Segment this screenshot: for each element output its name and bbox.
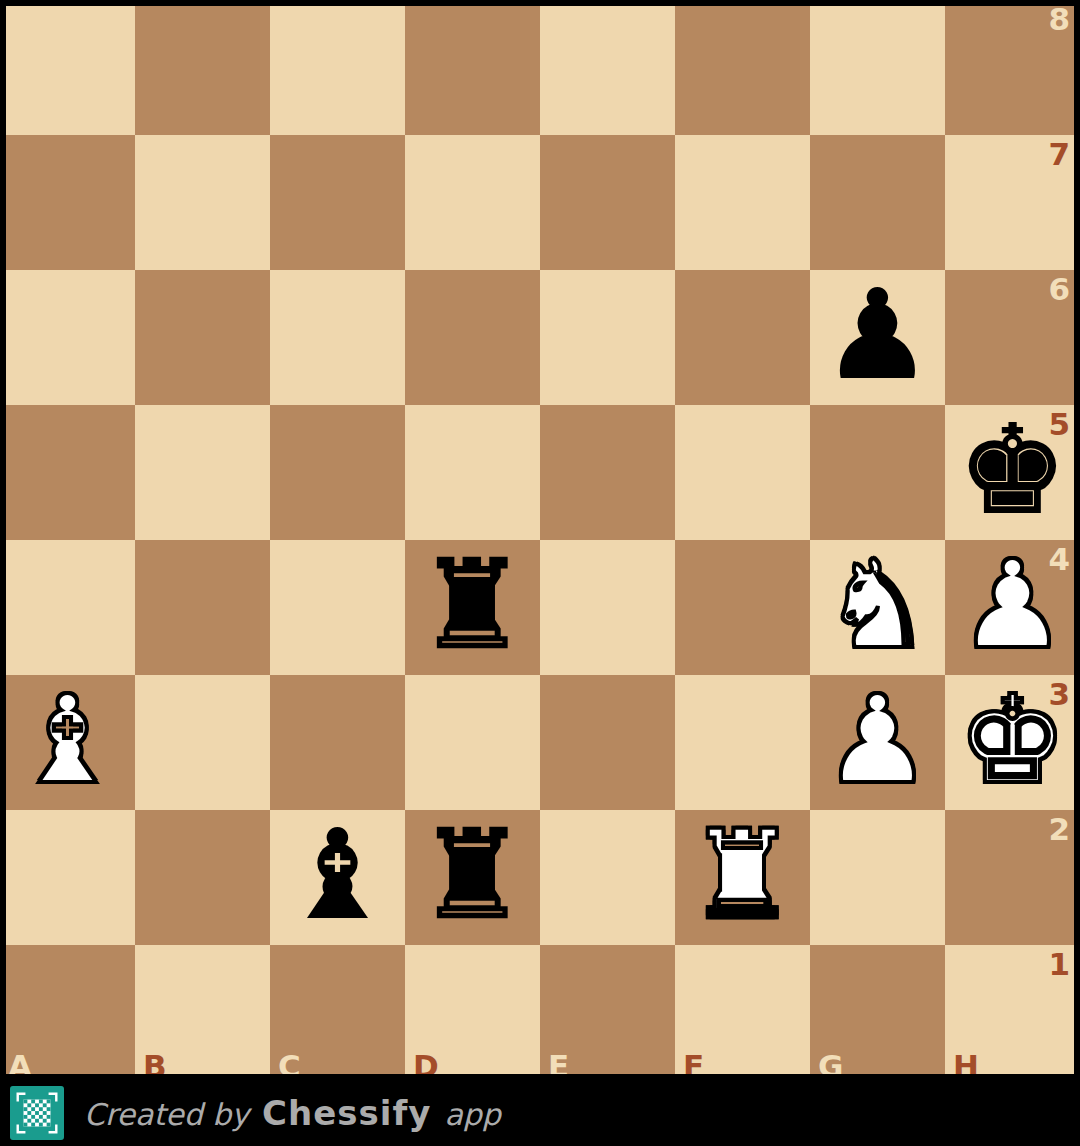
square-d1[interactable]: D — [405, 945, 540, 1080]
square-b7[interactable] — [135, 135, 270, 270]
file-label-H: H — [953, 1051, 979, 1082]
square-g7[interactable] — [810, 135, 945, 270]
square-g2[interactable] — [810, 810, 945, 945]
square-d3[interactable] — [405, 675, 540, 810]
rank-label-5: 5 — [1048, 409, 1070, 440]
square-b6[interactable] — [135, 270, 270, 405]
square-b2[interactable] — [135, 810, 270, 945]
square-c1[interactable]: C — [270, 945, 405, 1080]
piece-black-rook[interactable]: ♜ — [418, 544, 527, 666]
square-d7[interactable] — [405, 135, 540, 270]
credit-line: Created by Chessify app — [84, 1093, 501, 1133]
square-e7[interactable] — [540, 135, 675, 270]
square-g5[interactable] — [810, 405, 945, 540]
square-c6[interactable] — [270, 270, 405, 405]
square-b1[interactable]: B — [135, 945, 270, 1080]
square-h8[interactable]: 8 — [945, 0, 1080, 135]
square-g1[interactable]: G — [810, 945, 945, 1080]
square-d5[interactable] — [405, 405, 540, 540]
square-h2[interactable]: 2 — [945, 810, 1080, 945]
square-a2[interactable] — [0, 810, 135, 945]
file-label-D: D — [413, 1051, 439, 1082]
chess-board-wrap: 87♟6♚5♜♞♟4♝♟♚3♝♜♜2ABCDEFG1H — [0, 0, 1080, 1080]
square-b3[interactable] — [135, 675, 270, 810]
square-h7[interactable]: 7 — [945, 135, 1080, 270]
chessify-logo-icon — [10, 1086, 64, 1140]
square-a1[interactable]: A — [0, 945, 135, 1080]
square-d8[interactable] — [405, 0, 540, 135]
square-h4[interactable]: ♟4 — [945, 540, 1080, 675]
footer: Created by Chessify app — [0, 1080, 1080, 1146]
square-f8[interactable] — [675, 0, 810, 135]
square-d6[interactable] — [405, 270, 540, 405]
logo-checker — [24, 1100, 51, 1127]
file-label-B: B — [143, 1051, 167, 1082]
piece-white-rook[interactable]: ♜ — [688, 814, 797, 936]
rank-label-1: 1 — [1048, 949, 1070, 980]
square-g4[interactable]: ♞ — [810, 540, 945, 675]
square-e5[interactable] — [540, 405, 675, 540]
square-a4[interactable] — [0, 540, 135, 675]
file-label-C: C — [278, 1051, 301, 1082]
square-a8[interactable] — [0, 0, 135, 135]
square-b8[interactable] — [135, 0, 270, 135]
square-f6[interactable] — [675, 270, 810, 405]
square-a7[interactable] — [0, 135, 135, 270]
piece-black-bishop[interactable]: ♝ — [283, 814, 392, 936]
file-label-G: G — [818, 1051, 843, 1082]
square-f3[interactable] — [675, 675, 810, 810]
file-label-F: F — [683, 1051, 704, 1082]
credit-suffix: app — [444, 1097, 500, 1132]
square-f5[interactable] — [675, 405, 810, 540]
square-f4[interactable] — [675, 540, 810, 675]
file-label-A: A — [8, 1051, 32, 1082]
square-c8[interactable] — [270, 0, 405, 135]
piece-white-pawn[interactable]: ♟ — [823, 679, 932, 801]
square-h1[interactable]: 1H — [945, 945, 1080, 1080]
square-e3[interactable] — [540, 675, 675, 810]
piece-black-pawn[interactable]: ♟ — [823, 274, 932, 396]
square-g8[interactable] — [810, 0, 945, 135]
square-c4[interactable] — [270, 540, 405, 675]
piece-white-knight[interactable]: ♞ — [823, 544, 932, 666]
square-c5[interactable] — [270, 405, 405, 540]
rank-label-8: 8 — [1048, 4, 1070, 35]
square-a6[interactable] — [0, 270, 135, 405]
square-d4[interactable]: ♜ — [405, 540, 540, 675]
square-h5[interactable]: ♚5 — [945, 405, 1080, 540]
square-f1[interactable]: F — [675, 945, 810, 1080]
square-c3[interactable] — [270, 675, 405, 810]
credit-prefix: Created by — [84, 1097, 249, 1132]
rank-label-6: 6 — [1048, 274, 1070, 305]
square-e1[interactable]: E — [540, 945, 675, 1080]
square-e2[interactable] — [540, 810, 675, 945]
piece-white-bishop[interactable]: ♝ — [13, 679, 122, 801]
square-c2[interactable]: ♝ — [270, 810, 405, 945]
square-h3[interactable]: ♚3 — [945, 675, 1080, 810]
rank-label-3: 3 — [1048, 679, 1070, 710]
rank-label-7: 7 — [1048, 139, 1070, 170]
square-g6[interactable]: ♟ — [810, 270, 945, 405]
file-label-E: E — [548, 1051, 569, 1082]
square-a3[interactable]: ♝ — [0, 675, 135, 810]
square-b4[interactable] — [135, 540, 270, 675]
rank-label-4: 4 — [1048, 544, 1070, 575]
square-f7[interactable] — [675, 135, 810, 270]
square-e6[interactable] — [540, 270, 675, 405]
square-f2[interactable]: ♜ — [675, 810, 810, 945]
rank-label-2: 2 — [1048, 814, 1070, 845]
square-c7[interactable] — [270, 135, 405, 270]
piece-black-rook[interactable]: ♜ — [418, 814, 527, 936]
square-h6[interactable]: 6 — [945, 270, 1080, 405]
square-d2[interactable]: ♜ — [405, 810, 540, 945]
square-e4[interactable] — [540, 540, 675, 675]
chess-board: 87♟6♚5♜♞♟4♝♟♚3♝♜♜2ABCDEFG1H — [0, 0, 1080, 1080]
brand-name: Chessify — [262, 1093, 431, 1133]
square-e8[interactable] — [540, 0, 675, 135]
square-g3[interactable]: ♟ — [810, 675, 945, 810]
square-b5[interactable] — [135, 405, 270, 540]
square-a5[interactable] — [0, 405, 135, 540]
